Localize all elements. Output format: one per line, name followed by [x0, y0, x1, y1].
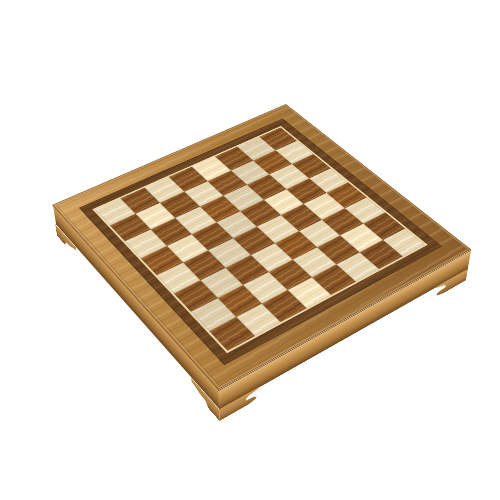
chess-board: [52, 104, 471, 390]
walnut-border-band: [79, 118, 442, 365]
product-photo-stage: [0, 0, 500, 500]
board-frame: [52, 104, 471, 390]
